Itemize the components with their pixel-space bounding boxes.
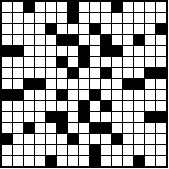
- white-cell-r6c1[interactable]: [2, 57, 12, 67]
- white-cell-r9c7[interactable]: [68, 90, 78, 100]
- black-cell-r12c10: [101, 123, 111, 133]
- black-cell-r1c3: [24, 2, 34, 12]
- black-cell-r11c6: [57, 112, 67, 122]
- crossword-grid: [0, 0, 168, 168]
- black-cell-r11c8: [79, 112, 89, 122]
- black-cell-r8c4: [35, 79, 45, 89]
- white-cell-r11c2[interactable]: [13, 112, 23, 122]
- black-cell-r7c10: [101, 68, 111, 78]
- white-cell-r1c12[interactable]: [123, 2, 133, 12]
- white-cell-r11c4[interactable]: [35, 112, 45, 122]
- white-cell-r14c12[interactable]: [123, 145, 133, 155]
- black-cell-r9c6: [57, 90, 67, 100]
- white-cell-r9c14[interactable]: [145, 90, 155, 100]
- white-cell-r4c3[interactable]: [24, 35, 34, 45]
- white-cell-r10c4[interactable]: [35, 101, 45, 111]
- white-cell-r6c10[interactable]: [101, 57, 111, 67]
- white-cell-r3c12[interactable]: [123, 24, 133, 34]
- white-cell-r4c12[interactable]: [123, 35, 133, 45]
- white-cell-r8c15[interactable]: [156, 79, 166, 89]
- black-cell-r4c7: [68, 35, 78, 45]
- white-cell-r5c9[interactable]: [90, 46, 100, 56]
- white-cell-r8c5[interactable]: [46, 79, 56, 89]
- white-cell-r6c13[interactable]: [134, 57, 144, 67]
- black-cell-r12c3: [24, 123, 34, 133]
- white-cell-r7c4[interactable]: [35, 68, 45, 78]
- white-cell-r10c11[interactable]: [112, 101, 122, 111]
- white-cell-r7c1[interactable]: [2, 68, 12, 78]
- black-cell-r4c6: [57, 35, 67, 45]
- white-cell-r13c6[interactable]: [57, 134, 67, 144]
- white-cell-r9c8[interactable]: [79, 90, 89, 100]
- black-cell-r5c11: [112, 46, 122, 56]
- white-cell-r14c3[interactable]: [24, 145, 34, 155]
- white-cell-r3c1[interactable]: [2, 24, 12, 34]
- black-cell-r7c14: [145, 68, 155, 78]
- white-cell-r10c12[interactable]: [123, 101, 133, 111]
- white-cell-r4c4[interactable]: [35, 35, 45, 45]
- white-cell-r3c2[interactable]: [13, 24, 23, 34]
- white-cell-r8c10[interactable]: [101, 79, 111, 89]
- white-cell-r6c5[interactable]: [46, 57, 56, 67]
- black-cell-r14c9: [90, 145, 100, 155]
- white-cell-r8c9[interactable]: [90, 79, 100, 89]
- black-cell-r12c9: [90, 123, 100, 133]
- white-cell-r14c15[interactable]: [156, 145, 166, 155]
- white-cell-r15c14[interactable]: [145, 156, 155, 166]
- white-cell-r5c12[interactable]: [123, 46, 133, 56]
- white-cell-r15c12[interactable]: [123, 156, 133, 166]
- white-cell-r5c6[interactable]: [57, 46, 67, 56]
- white-cell-r12c2[interactable]: [13, 123, 23, 133]
- white-cell-r14c10[interactable]: [101, 145, 111, 155]
- white-cell-r6c14[interactable]: [145, 57, 155, 67]
- white-cell-r6c4[interactable]: [35, 57, 45, 67]
- white-cell-r13c15[interactable]: [156, 134, 166, 144]
- white-cell-r10c15[interactable]: [156, 101, 166, 111]
- black-cell-r9c1: [2, 90, 12, 100]
- white-cell-r11c10[interactable]: [101, 112, 111, 122]
- white-cell-r6c7[interactable]: [68, 57, 78, 67]
- black-cell-r3c9: [90, 24, 100, 34]
- black-cell-r8c3: [24, 79, 34, 89]
- white-cell-r14c8[interactable]: [79, 145, 89, 155]
- white-cell-r11c3[interactable]: [24, 112, 34, 122]
- white-cell-r7c5[interactable]: [46, 68, 56, 78]
- white-cell-r12c8[interactable]: [79, 123, 89, 133]
- black-cell-r13c7: [68, 134, 78, 144]
- black-cell-r6c8: [79, 57, 89, 67]
- white-cell-r2c6[interactable]: [57, 13, 67, 23]
- white-cell-r12c11[interactable]: [112, 123, 122, 133]
- black-cell-r4c10: [101, 35, 111, 45]
- black-cell-r9c9: [90, 90, 100, 100]
- white-cell-r13c3[interactable]: [24, 134, 34, 144]
- white-cell-r12c7[interactable]: [68, 123, 78, 133]
- white-cell-r3c13[interactable]: [134, 24, 144, 34]
- white-cell-r10c6[interactable]: [57, 101, 67, 111]
- white-cell-r15c6[interactable]: [57, 156, 67, 166]
- white-cell-r9c4[interactable]: [35, 90, 45, 100]
- white-cell-r6c12[interactable]: [123, 57, 133, 67]
- white-cell-r15c8[interactable]: [79, 156, 89, 166]
- white-cell-r2c3[interactable]: [24, 13, 34, 23]
- white-cell-r13c10[interactable]: [101, 134, 111, 144]
- white-cell-r12c14[interactable]: [145, 123, 155, 133]
- black-cell-r5c2: [13, 46, 23, 56]
- white-cell-r2c1[interactable]: [2, 13, 12, 23]
- white-cell-r5c4[interactable]: [35, 46, 45, 56]
- white-cell-r8c14[interactable]: [145, 79, 155, 89]
- white-cell-r10c5[interactable]: [46, 101, 56, 111]
- white-cell-r6c15[interactable]: [156, 57, 166, 67]
- white-cell-r12c13[interactable]: [134, 123, 144, 133]
- white-cell-r5c3[interactable]: [24, 46, 34, 56]
- white-cell-r1c1[interactable]: [2, 2, 12, 12]
- white-cell-r8c7[interactable]: [68, 79, 78, 89]
- white-cell-r7c11[interactable]: [112, 68, 122, 78]
- white-cell-r8c6[interactable]: [57, 79, 67, 89]
- white-cell-r15c3[interactable]: [24, 156, 34, 166]
- white-cell-r3c7[interactable]: [68, 24, 78, 34]
- white-cell-r14c2[interactable]: [13, 145, 23, 155]
- white-cell-r1c10[interactable]: [101, 2, 111, 12]
- white-cell-r13c5[interactable]: [46, 134, 56, 144]
- white-cell-r4c5[interactable]: [46, 35, 56, 45]
- white-cell-r13c9[interactable]: [90, 134, 100, 144]
- black-cell-r9c2: [13, 90, 23, 100]
- black-cell-r10c8: [79, 101, 89, 111]
- black-cell-r5c8: [79, 46, 89, 56]
- white-cell-r9c5[interactable]: [46, 90, 56, 100]
- white-cell-r15c2[interactable]: [13, 156, 23, 166]
- white-cell-r12c5[interactable]: [46, 123, 56, 133]
- crossword-page: [0, 0, 169, 169]
- black-cell-r11c5: [46, 112, 56, 122]
- white-cell-r14c4[interactable]: [35, 145, 45, 155]
- white-cell-r6c9[interactable]: [90, 57, 100, 67]
- white-cell-r10c3[interactable]: [24, 101, 34, 111]
- white-cell-r9c10[interactable]: [101, 90, 111, 100]
- black-cell-r11c14: [145, 112, 155, 122]
- white-cell-r14c7[interactable]: [68, 145, 78, 155]
- white-cell-r9c11[interactable]: [112, 90, 122, 100]
- black-cell-r6c6: [57, 57, 67, 67]
- white-cell-r8c8[interactable]: [79, 79, 89, 89]
- white-cell-r7c8[interactable]: [79, 68, 89, 78]
- white-cell-r10c13[interactable]: [134, 101, 144, 111]
- black-cell-r3c15: [156, 24, 166, 34]
- white-cell-r2c13[interactable]: [134, 13, 144, 23]
- white-cell-r3c11[interactable]: [112, 24, 122, 34]
- white-cell-r14c5[interactable]: [46, 145, 56, 155]
- white-cell-r10c1[interactable]: [2, 101, 12, 111]
- white-cell-r1c13[interactable]: [134, 2, 144, 12]
- white-cell-r15c1[interactable]: [2, 156, 12, 166]
- white-cell-r11c12[interactable]: [123, 112, 133, 122]
- white-cell-r1c4[interactable]: [35, 2, 45, 12]
- black-cell-r15c5: [46, 156, 56, 166]
- white-cell-r1c9[interactable]: [90, 2, 100, 12]
- black-cell-r5c10: [101, 46, 111, 56]
- white-cell-r7c9[interactable]: [90, 68, 100, 78]
- white-cell-r9c15[interactable]: [156, 90, 166, 100]
- white-cell-r5c7[interactable]: [68, 46, 78, 56]
- black-cell-r12c6: [57, 123, 67, 133]
- black-cell-r5c1: [2, 46, 12, 56]
- white-cell-r1c5[interactable]: [46, 2, 56, 12]
- white-cell-r7c6[interactable]: [57, 68, 67, 78]
- white-cell-r3c10[interactable]: [101, 24, 111, 34]
- white-cell-r7c13[interactable]: [134, 68, 144, 78]
- white-cell-r13c14[interactable]: [145, 134, 155, 144]
- white-cell-r5c14[interactable]: [145, 46, 155, 56]
- white-cell-r2c4[interactable]: [35, 13, 45, 23]
- white-cell-r8c2[interactable]: [13, 79, 23, 89]
- black-cell-r7c15: [156, 68, 166, 78]
- white-cell-r15c7[interactable]: [68, 156, 78, 166]
- white-cell-r1c2[interactable]: [13, 2, 23, 12]
- black-cell-r3c5: [46, 24, 56, 34]
- black-cell-r10c10: [101, 101, 111, 111]
- white-cell-r11c1[interactable]: [2, 112, 12, 122]
- white-cell-r2c5[interactable]: [46, 13, 56, 23]
- white-cell-r11c7[interactable]: [68, 112, 78, 122]
- black-cell-r13c1: [2, 134, 12, 144]
- white-cell-r14c14[interactable]: [145, 145, 155, 155]
- white-cell-r3c4[interactable]: [35, 24, 45, 34]
- white-cell-r2c14[interactable]: [145, 13, 155, 23]
- white-cell-r2c2[interactable]: [13, 13, 23, 23]
- white-cell-r4c2[interactable]: [13, 35, 23, 45]
- white-cell-r3c3[interactable]: [24, 24, 34, 34]
- black-cell-r8c12: [123, 79, 133, 89]
- white-cell-r12c12[interactable]: [123, 123, 133, 133]
- white-cell-r12c15[interactable]: [156, 123, 166, 133]
- white-cell-r5c15[interactable]: [156, 46, 166, 56]
- white-cell-r7c3[interactable]: [24, 68, 34, 78]
- white-cell-r11c11[interactable]: [112, 112, 122, 122]
- white-cell-r7c12[interactable]: [123, 68, 133, 78]
- white-cell-r15c4[interactable]: [35, 156, 45, 166]
- white-cell-r6c3[interactable]: [24, 57, 34, 67]
- white-cell-r14c6[interactable]: [57, 145, 67, 155]
- black-cell-r2c7: [68, 13, 78, 23]
- white-cell-r5c13[interactable]: [134, 46, 144, 56]
- white-cell-r8c11[interactable]: [112, 79, 122, 89]
- white-cell-r12c4[interactable]: [35, 123, 45, 133]
- white-cell-r9c13[interactable]: [134, 90, 144, 100]
- white-cell-r10c9[interactable]: [90, 101, 100, 111]
- white-cell-r2c9[interactable]: [90, 13, 100, 23]
- white-cell-r13c8[interactable]: [79, 134, 89, 144]
- white-cell-r15c10[interactable]: [101, 156, 111, 166]
- white-cell-r3c6[interactable]: [57, 24, 67, 34]
- white-cell-r12c1[interactable]: [2, 123, 12, 133]
- white-cell-r13c12[interactable]: [123, 134, 133, 144]
- white-cell-r3c14[interactable]: [145, 24, 155, 34]
- white-cell-r2c15[interactable]: [156, 13, 166, 23]
- black-cell-r15c9: [90, 156, 100, 166]
- white-cell-r4c15[interactable]: [156, 35, 166, 45]
- white-cell-r1c15[interactable]: [156, 2, 166, 12]
- white-cell-r15c15[interactable]: [156, 156, 166, 166]
- white-cell-r11c13[interactable]: [134, 112, 144, 122]
- white-cell-r9c12[interactable]: [123, 90, 133, 100]
- white-cell-r13c13[interactable]: [134, 134, 144, 144]
- white-cell-r2c12[interactable]: [123, 13, 133, 23]
- black-cell-r13c11: [112, 134, 122, 144]
- black-cell-r1c7: [68, 2, 78, 12]
- white-cell-r6c11[interactable]: [112, 57, 122, 67]
- white-cell-r8c1[interactable]: [2, 79, 12, 89]
- white-cell-r6c2[interactable]: [13, 57, 23, 67]
- black-cell-r15c13: [134, 156, 144, 166]
- white-cell-r4c14[interactable]: [145, 35, 155, 45]
- white-cell-r10c14[interactable]: [145, 101, 155, 111]
- white-cell-r13c2[interactable]: [13, 134, 23, 144]
- white-cell-r15c11[interactable]: [112, 156, 122, 166]
- white-cell-r1c6[interactable]: [57, 2, 67, 12]
- white-cell-r2c10[interactable]: [101, 13, 111, 23]
- black-cell-r7c7: [68, 68, 78, 78]
- black-cell-r11c15: [156, 112, 166, 122]
- white-cell-r4c9[interactable]: [90, 35, 100, 45]
- white-cell-r5c5[interactable]: [46, 46, 56, 56]
- white-cell-r2c8[interactable]: [79, 13, 89, 23]
- white-cell-r4c1[interactable]: [2, 35, 12, 45]
- black-cell-r1c11: [112, 2, 122, 12]
- white-cell-r3c8[interactable]: [79, 24, 89, 34]
- white-cell-r14c13[interactable]: [134, 145, 144, 155]
- white-cell-r1c8[interactable]: [79, 2, 89, 12]
- white-cell-r1c14[interactable]: [145, 2, 155, 12]
- white-cell-r13c4[interactable]: [35, 134, 45, 144]
- white-cell-r9c3[interactable]: [24, 90, 34, 100]
- white-cell-r7c2[interactable]: [13, 68, 23, 78]
- white-cell-r14c1[interactable]: [2, 145, 12, 155]
- white-cell-r10c7[interactable]: [68, 101, 78, 111]
- white-cell-r4c8[interactable]: [79, 35, 89, 45]
- black-cell-r8c13: [134, 79, 144, 89]
- white-cell-r11c9[interactable]: [90, 112, 100, 122]
- white-cell-r14c11[interactable]: [112, 145, 122, 155]
- white-cell-r2c11[interactable]: [112, 13, 122, 23]
- black-cell-r4c13: [134, 35, 144, 45]
- white-cell-r4c11[interactable]: [112, 35, 122, 45]
- white-cell-r10c2[interactable]: [13, 101, 23, 111]
